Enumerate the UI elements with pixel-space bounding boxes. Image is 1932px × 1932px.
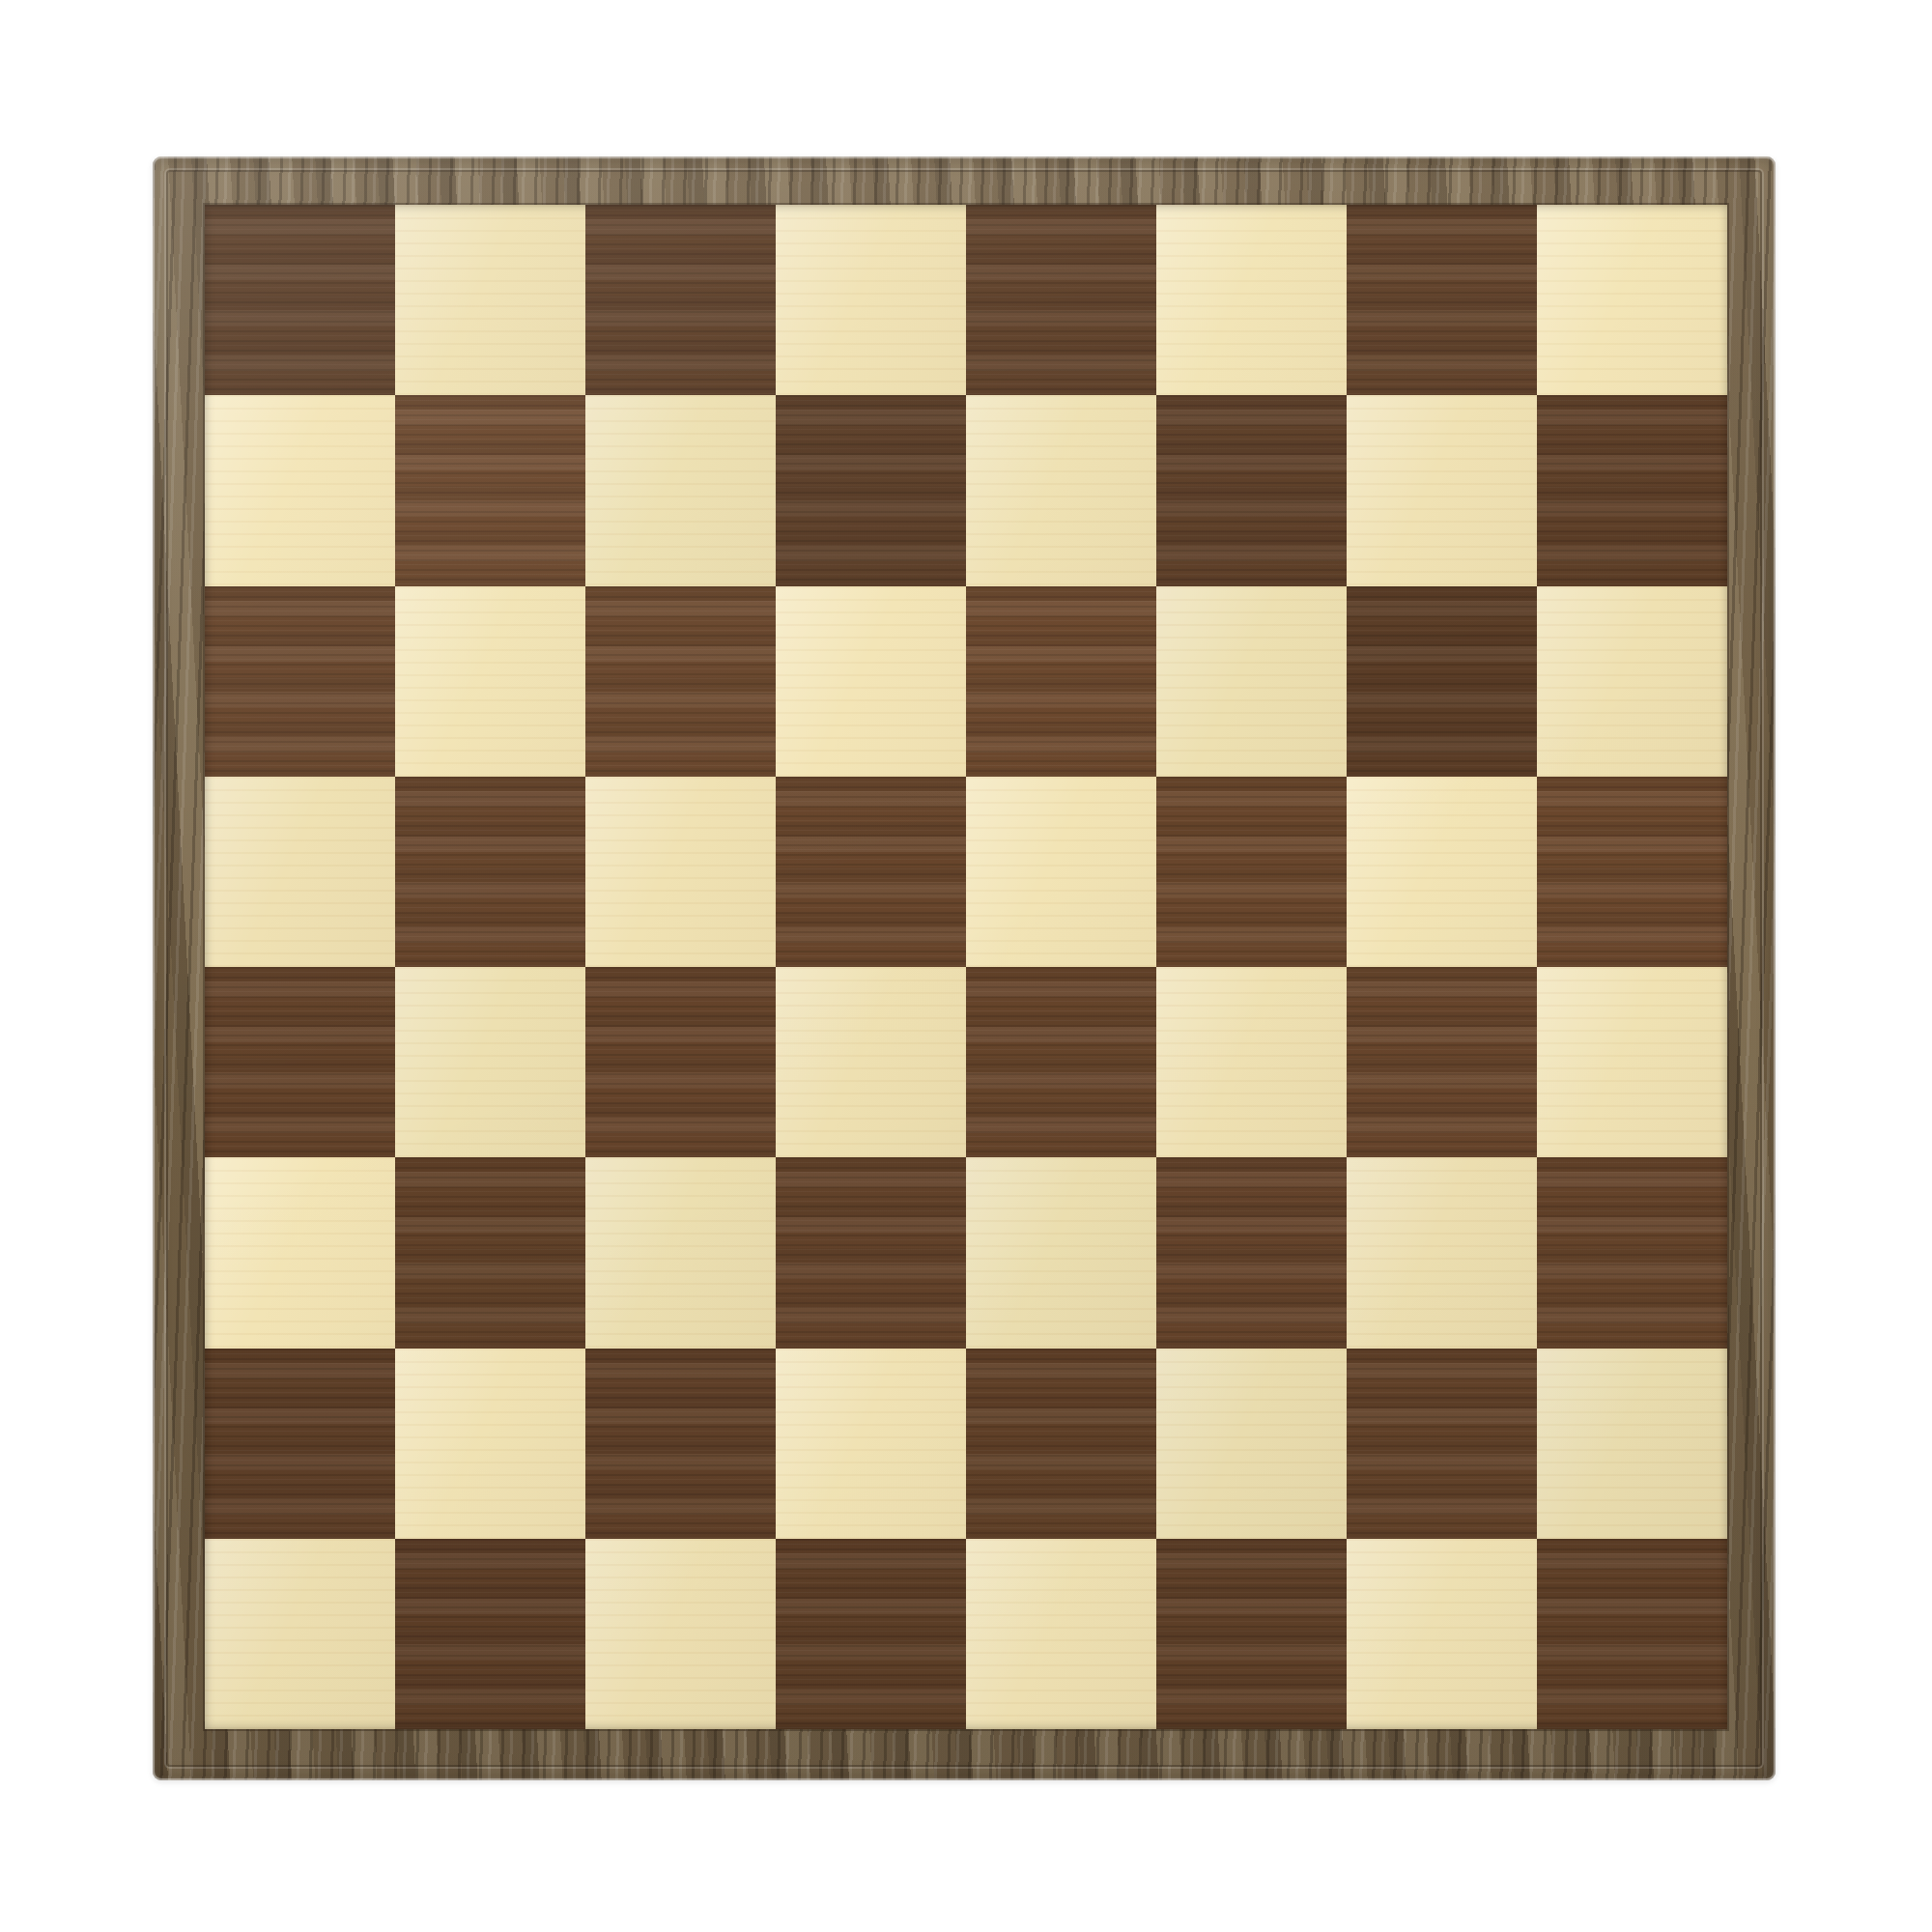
square-f1[interactable] xyxy=(1156,1539,1347,1729)
square-b7[interactable] xyxy=(395,395,585,585)
square-b1[interactable] xyxy=(395,1539,585,1729)
board-grid xyxy=(205,205,1727,1729)
square-a2[interactable] xyxy=(205,1349,395,1539)
square-d2[interactable] xyxy=(776,1349,966,1539)
square-d5[interactable] xyxy=(776,777,966,967)
square-c4[interactable] xyxy=(585,967,776,1157)
square-h5[interactable] xyxy=(1537,777,1727,967)
square-a3[interactable] xyxy=(205,1157,395,1348)
square-e8[interactable] xyxy=(966,205,1156,395)
square-g8[interactable] xyxy=(1347,205,1537,395)
square-f4[interactable] xyxy=(1156,967,1347,1157)
square-a7[interactable] xyxy=(205,395,395,585)
square-d1[interactable] xyxy=(776,1539,966,1729)
chess-board xyxy=(153,156,1776,1780)
square-h3[interactable] xyxy=(1537,1157,1727,1348)
square-h8[interactable] xyxy=(1537,205,1727,395)
square-f2[interactable] xyxy=(1156,1349,1347,1539)
square-d4[interactable] xyxy=(776,967,966,1157)
square-a6[interactable] xyxy=(205,586,395,777)
photo-background xyxy=(0,0,1932,1932)
square-h2[interactable] xyxy=(1537,1349,1727,1539)
square-c3[interactable] xyxy=(585,1157,776,1348)
square-f3[interactable] xyxy=(1156,1157,1347,1348)
square-a8[interactable] xyxy=(205,205,395,395)
square-g7[interactable] xyxy=(1347,395,1537,585)
square-d8[interactable] xyxy=(776,205,966,395)
square-g4[interactable] xyxy=(1347,967,1537,1157)
square-g3[interactable] xyxy=(1347,1157,1537,1348)
square-h1[interactable] xyxy=(1537,1539,1727,1729)
square-d7[interactable] xyxy=(776,395,966,585)
square-e1[interactable] xyxy=(966,1539,1156,1729)
square-a4[interactable] xyxy=(205,967,395,1157)
square-g5[interactable] xyxy=(1347,777,1537,967)
square-c2[interactable] xyxy=(585,1349,776,1539)
square-f7[interactable] xyxy=(1156,395,1347,585)
square-b3[interactable] xyxy=(395,1157,585,1348)
square-d3[interactable] xyxy=(776,1157,966,1348)
square-b2[interactable] xyxy=(395,1349,585,1539)
square-h4[interactable] xyxy=(1537,967,1727,1157)
square-c7[interactable] xyxy=(585,395,776,585)
square-c1[interactable] xyxy=(585,1539,776,1729)
square-e5[interactable] xyxy=(966,777,1156,967)
square-g2[interactable] xyxy=(1347,1349,1537,1539)
square-e2[interactable] xyxy=(966,1349,1156,1539)
square-c5[interactable] xyxy=(585,777,776,967)
square-g6[interactable] xyxy=(1347,586,1537,777)
square-b5[interactable] xyxy=(395,777,585,967)
square-f8[interactable] xyxy=(1156,205,1347,395)
square-a1[interactable] xyxy=(205,1539,395,1729)
square-f6[interactable] xyxy=(1156,586,1347,777)
square-b4[interactable] xyxy=(395,967,585,1157)
square-h6[interactable] xyxy=(1537,586,1727,777)
square-c6[interactable] xyxy=(585,586,776,777)
square-a5[interactable] xyxy=(205,777,395,967)
square-e6[interactable] xyxy=(966,586,1156,777)
square-d6[interactable] xyxy=(776,586,966,777)
square-c8[interactable] xyxy=(585,205,776,395)
square-h7[interactable] xyxy=(1537,395,1727,585)
square-e4[interactable] xyxy=(966,967,1156,1157)
square-g1[interactable] xyxy=(1347,1539,1537,1729)
square-e7[interactable] xyxy=(966,395,1156,585)
square-b8[interactable] xyxy=(395,205,585,395)
square-b6[interactable] xyxy=(395,586,585,777)
square-e3[interactable] xyxy=(966,1157,1156,1348)
square-f5[interactable] xyxy=(1156,777,1347,967)
